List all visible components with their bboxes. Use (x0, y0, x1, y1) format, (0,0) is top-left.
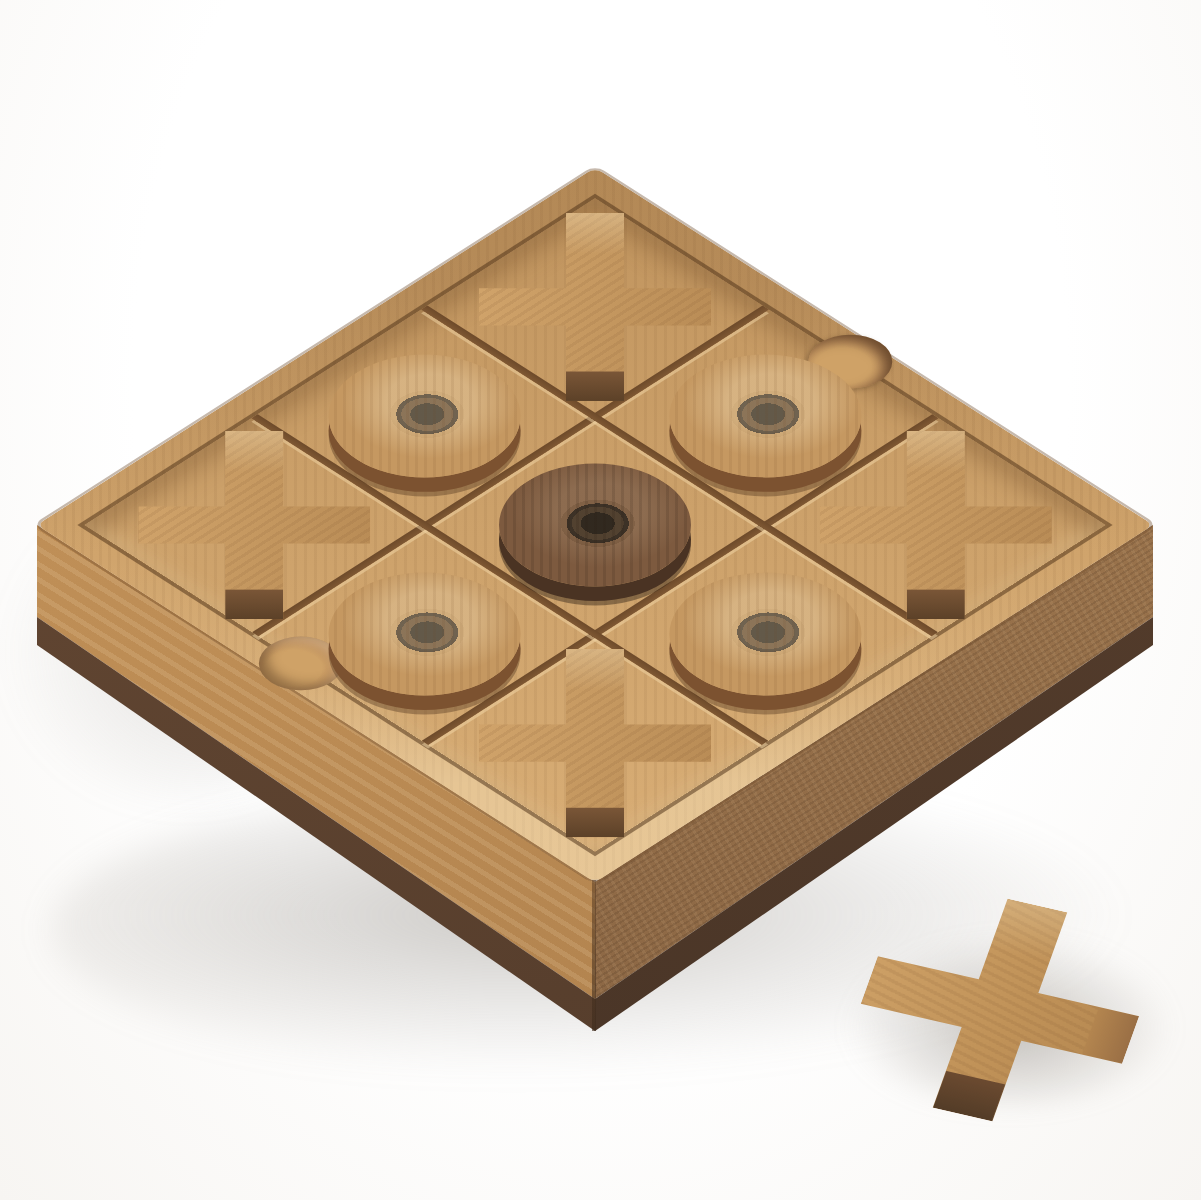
tray-corner-edge (592, 880, 596, 1031)
x-piece[interactable]: ✕ (832, 875, 1168, 1144)
scene: ✕◯✕◯◯◯✕◯✕ ✕ (0, 0, 1201, 1200)
